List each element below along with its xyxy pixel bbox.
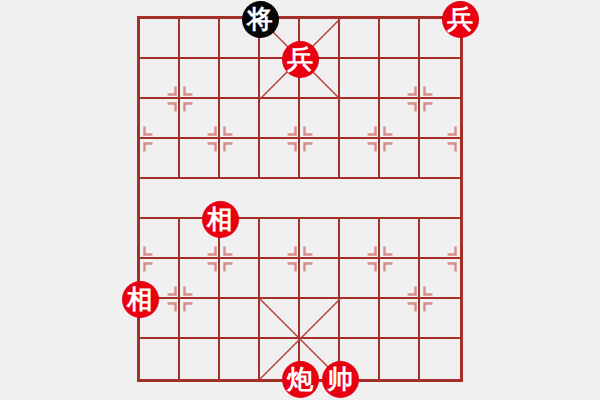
board-cell bbox=[220, 299, 260, 339]
board-cell bbox=[380, 99, 420, 139]
board-cell bbox=[340, 219, 380, 259]
board-cell bbox=[380, 299, 420, 339]
board-cell bbox=[300, 299, 340, 339]
board-cell bbox=[220, 339, 260, 379]
board-cell bbox=[180, 19, 220, 59]
board-cell bbox=[180, 339, 220, 379]
board-cell bbox=[340, 299, 380, 339]
background: 将兵兵相相炮帅 bbox=[0, 0, 600, 400]
board-cell bbox=[180, 139, 220, 179]
board-cell bbox=[220, 259, 260, 299]
board-cell bbox=[380, 19, 420, 59]
board-cell bbox=[340, 59, 380, 99]
piece-red-soldier-a[interactable]: 兵 bbox=[442, 1, 479, 38]
piece-red-cannon[interactable]: 炮 bbox=[282, 361, 319, 398]
board-cell bbox=[220, 139, 260, 179]
board-cell bbox=[380, 179, 420, 219]
piece-red-elephant-a[interactable]: 相 bbox=[202, 201, 239, 238]
board-cell bbox=[300, 99, 340, 139]
board-cell bbox=[260, 179, 300, 219]
board-cell bbox=[340, 19, 380, 59]
board-cell bbox=[300, 219, 340, 259]
board-cell bbox=[140, 59, 180, 99]
board-cell bbox=[420, 339, 460, 379]
board-cell bbox=[380, 339, 420, 379]
board-cell bbox=[420, 99, 460, 139]
board-cell bbox=[380, 259, 420, 299]
board-cell bbox=[420, 59, 460, 99]
xiangqi-board: 将兵兵相相炮帅 bbox=[137, 16, 463, 382]
piece-red-general[interactable]: 帅 bbox=[322, 361, 359, 398]
board-cell bbox=[260, 299, 300, 339]
board-cell bbox=[220, 59, 260, 99]
board-cell bbox=[140, 219, 180, 259]
board-cell bbox=[260, 259, 300, 299]
board-cell bbox=[180, 99, 220, 139]
piece-red-elephant-b[interactable]: 相 bbox=[122, 281, 159, 318]
board-cell bbox=[300, 139, 340, 179]
board-cell bbox=[260, 139, 300, 179]
board-cell bbox=[260, 219, 300, 259]
board-cell bbox=[140, 139, 180, 179]
board-cell bbox=[340, 99, 380, 139]
board-cell bbox=[180, 299, 220, 339]
board-cell bbox=[140, 19, 180, 59]
board-cell bbox=[340, 179, 380, 219]
board-cell bbox=[260, 99, 300, 139]
board-cell bbox=[180, 59, 220, 99]
board-cell bbox=[220, 99, 260, 139]
board-cell bbox=[380, 59, 420, 99]
board-cell bbox=[380, 219, 420, 259]
piece-black-general[interactable]: 将 bbox=[242, 1, 279, 38]
board-cell bbox=[380, 139, 420, 179]
piece-red-soldier-b[interactable]: 兵 bbox=[282, 41, 319, 78]
board-cell bbox=[340, 259, 380, 299]
board-cell bbox=[300, 179, 340, 219]
board-cell bbox=[140, 179, 180, 219]
board-cell bbox=[300, 259, 340, 299]
board-cell bbox=[140, 99, 180, 139]
board-cell bbox=[140, 339, 180, 379]
board-cell bbox=[340, 139, 380, 179]
board-cell bbox=[420, 259, 460, 299]
board-cell bbox=[180, 259, 220, 299]
board-cell bbox=[420, 139, 460, 179]
board-cell bbox=[420, 179, 460, 219]
board-cell bbox=[420, 219, 460, 259]
board-cell bbox=[420, 299, 460, 339]
